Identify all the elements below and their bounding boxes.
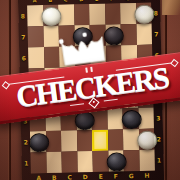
square-a1[interactable] [30,152,46,173]
square-e2[interactable] [92,130,108,151]
wood-highlight [162,0,180,15]
coord-label: 6 [22,54,26,61]
coord-label: 8 [21,12,25,19]
square-f1[interactable] [108,150,124,171]
square-h1[interactable] [139,150,155,171]
square-h7[interactable] [136,24,152,45]
square-e8[interactable] [89,4,105,25]
coord-label: H [141,0,145,1]
square-d2[interactable] [76,130,92,151]
square-b8[interactable] [43,5,59,26]
square-d1[interactable] [77,151,93,172]
file-labels-bottom: ABCDEFGH [31,170,155,180]
coord-label: B [48,0,52,3]
square-f3[interactable] [107,108,123,129]
square-c2[interactable] [61,130,77,151]
square-a2[interactable] [30,131,46,152]
square-a7[interactable] [28,26,44,47]
square-f2[interactable] [107,129,123,150]
coord-label: 7 [154,30,158,37]
coord-label: D [79,0,83,2]
coord-label: F [114,172,118,179]
square-f8[interactable] [105,3,121,24]
coord-label: 7 [21,33,25,40]
coord-label: A [33,0,37,3]
square-h2[interactable] [138,129,154,150]
coord-label: C [64,0,68,3]
coord-label: F [110,0,114,2]
white-piece-b8[interactable] [41,6,61,25]
coord-label: C [67,173,72,180]
coord-label: H [144,171,149,178]
square-a6[interactable] [28,47,44,68]
black-piece-a2[interactable] [29,132,49,151]
coord-label: G [129,172,134,179]
square-d8[interactable] [74,4,90,25]
square-b1[interactable] [46,152,62,173]
coord-label: 2 [157,135,161,142]
square-c1[interactable] [61,151,77,172]
coord-label: G [125,0,129,1]
coord-label: E [95,0,99,2]
black-piece-g3[interactable] [121,109,141,128]
coord-label: 2 [24,138,28,145]
coord-label: E [99,172,103,179]
coord-label: 3 [156,114,160,121]
coord-label: 8 [154,9,158,16]
coord-label: A [36,174,41,180]
square-g3[interactable] [122,108,138,129]
coord-label: B [52,173,57,180]
coord-label: 1 [157,156,161,163]
coord-label: D [83,173,88,180]
square-h8[interactable] [136,3,152,24]
checkers-splash: ABCDEFGH ABCDEFGH 87654321 87654321 CHEC… [0,0,180,180]
black-piece-f1[interactable] [107,152,127,171]
coord-label: 1 [24,159,28,166]
